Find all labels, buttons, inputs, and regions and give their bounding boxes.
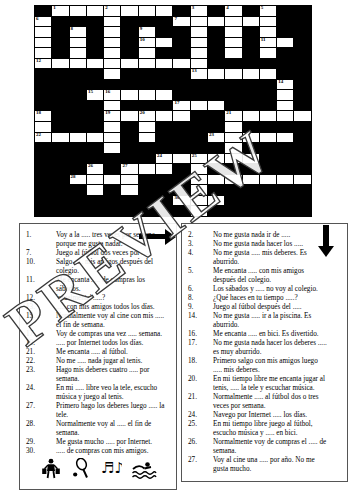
- white-cell[interactable]: [191, 17, 207, 27]
- clue-number-label: 22: [36, 132, 41, 138]
- white-cell[interactable]: [139, 133, 155, 143]
- white-cell[interactable]: [173, 111, 189, 121]
- clue-gap: [201, 249, 213, 267]
- black-cell: [52, 101, 68, 111]
- black-cell: [225, 164, 241, 174]
- clue-item-text: ¿Qué haces en tu tiempo .....?: [213, 294, 343, 303]
- black-cell: [87, 27, 103, 37]
- clue-gap: [39, 231, 56, 249]
- black-cell: [35, 69, 51, 79]
- clue-item: 14.No me gusta ..... ir a la piscina. Es…: [188, 312, 343, 330]
- clue-item-text: 'usualmente' .....?: [56, 294, 172, 303]
- black-cell: [260, 143, 276, 153]
- black-cell: [87, 196, 103, 206]
- white-cell[interactable]: [104, 133, 120, 143]
- black-cell: [139, 17, 155, 27]
- black-cell: [191, 143, 207, 153]
- white-cell[interactable]: 6: [35, 17, 51, 27]
- white-cell[interactable]: [121, 6, 137, 16]
- white-cell[interactable]: 17: [173, 101, 189, 111]
- black-cell: [260, 59, 276, 69]
- black-cell: [35, 164, 51, 174]
- white-cell[interactable]: [35, 38, 51, 48]
- music-glyphs: ♬♪: [101, 459, 122, 477]
- white-cell[interactable]: 25: [191, 154, 207, 164]
- clue-item-text: Navego por Internet ..... los días.: [213, 411, 343, 420]
- clue-item-number: 24.: [188, 411, 201, 420]
- white-cell[interactable]: [225, 69, 241, 79]
- white-cell[interactable]: [139, 122, 155, 132]
- clue-gap: [39, 249, 56, 258]
- white-cell[interactable]: [104, 143, 120, 153]
- black-cell: [70, 196, 86, 206]
- white-cell[interactable]: [104, 59, 120, 69]
- black-cell: [294, 17, 310, 27]
- white-cell[interactable]: [173, 154, 189, 164]
- black-cell: [173, 206, 189, 216]
- white-cell[interactable]: [52, 133, 68, 143]
- white-cell[interactable]: [260, 27, 276, 37]
- white-cell[interactable]: [156, 90, 172, 100]
- white-cell[interactable]: 9: [139, 27, 155, 37]
- black-cell: [35, 143, 51, 153]
- clue-item-number: 19.: [26, 339, 39, 348]
- clue-gap: [39, 312, 56, 330]
- white-cell[interactable]: [139, 164, 155, 174]
- clue-item: 20.En mi tiempo libre me encanta jugar a…: [188, 375, 343, 393]
- clue-gap: [201, 456, 213, 474]
- clue-gap: [201, 411, 213, 420]
- white-cell[interactable]: [294, 111, 310, 121]
- white-cell[interactable]: [260, 175, 276, 185]
- white-cell[interactable]: 8: [70, 27, 86, 37]
- white-cell[interactable]: [139, 90, 155, 100]
- white-cell[interactable]: [35, 122, 51, 132]
- black-cell: [208, 164, 224, 174]
- clue-item-number: 25.: [188, 420, 201, 438]
- white-cell[interactable]: [121, 111, 137, 121]
- white-cell[interactable]: [156, 6, 172, 16]
- clue-item-number: 3.: [188, 240, 201, 249]
- black-cell: [87, 122, 103, 132]
- white-cell[interactable]: [208, 196, 224, 206]
- white-cell[interactable]: [225, 38, 241, 48]
- clue-number-label: 20: [140, 110, 145, 116]
- clue-number-label: 3: [192, 5, 195, 11]
- clue-item: 8.¿Qué haces en tu tiempo .....?: [188, 294, 343, 303]
- clue-item-number: 27.: [26, 402, 39, 420]
- white-cell[interactable]: [191, 27, 207, 37]
- white-cell[interactable]: 11: [260, 38, 276, 48]
- white-cell[interactable]: [191, 38, 207, 48]
- black-cell: [104, 196, 120, 206]
- clue-item-number: 9.: [188, 303, 201, 312]
- clue-item: 29.Me gusta mucho ..... por Internet.: [26, 438, 172, 447]
- white-cell[interactable]: [104, 48, 120, 58]
- black-cell: [52, 90, 68, 100]
- white-cell[interactable]: [191, 101, 207, 111]
- clue-item-number: 4.: [188, 249, 201, 267]
- clue-item-number: 14.: [188, 312, 201, 330]
- black-cell: [70, 143, 86, 153]
- black-cell: [191, 111, 207, 121]
- black-cell: [70, 111, 86, 121]
- clue-gap: [39, 348, 56, 357]
- white-cell[interactable]: [277, 175, 293, 185]
- white-cell[interactable]: 3: [191, 6, 207, 16]
- white-cell[interactable]: [35, 27, 51, 37]
- black-cell: [243, 80, 259, 90]
- black-cell: [260, 164, 276, 174]
- white-cell[interactable]: [243, 175, 259, 185]
- white-cell[interactable]: [225, 122, 241, 132]
- black-cell: [173, 27, 189, 37]
- white-cell[interactable]: [208, 17, 224, 27]
- white-cell[interactable]: [87, 185, 103, 195]
- white-cell[interactable]: [225, 133, 241, 143]
- clue-number-label: 27: [122, 163, 127, 169]
- white-cell[interactable]: 20: [139, 111, 155, 121]
- white-cell[interactable]: [139, 59, 155, 69]
- black-cell: [121, 143, 137, 153]
- clue-number-label: 25: [192, 153, 197, 159]
- black-cell: [35, 185, 51, 195]
- black-cell: [191, 90, 207, 100]
- black-cell: [243, 185, 259, 195]
- black-cell: [173, 185, 189, 195]
- black-cell: [121, 206, 137, 216]
- white-cell[interactable]: [87, 59, 103, 69]
- black-cell: [121, 133, 137, 143]
- black-cell: [52, 154, 68, 164]
- black-cell: [225, 185, 241, 195]
- crossword-grid[interactable]: 1234567891011121314151617181920212223242…: [34, 5, 312, 217]
- white-cell[interactable]: [225, 143, 241, 153]
- white-cell[interactable]: 18: [35, 111, 51, 121]
- black-cell: [243, 143, 259, 153]
- white-cell[interactable]: [104, 17, 120, 27]
- white-cell[interactable]: 5: [260, 6, 276, 16]
- clue-item: 27.Voy al cine una ..... por año. No me …: [188, 456, 343, 474]
- white-cell[interactable]: [225, 17, 241, 27]
- black-cell: [260, 154, 276, 164]
- clue-item-number: 5.: [188, 267, 201, 285]
- black-cell: [173, 48, 189, 58]
- white-cell[interactable]: [104, 101, 120, 111]
- black-cell: [104, 185, 120, 195]
- down-clues-panel: 2.No me gusta nada ir de .....3.No me gu…: [181, 223, 348, 482]
- white-cell[interactable]: [156, 164, 172, 174]
- black-cell: [121, 38, 137, 48]
- clue-item-number: 21.: [188, 393, 201, 411]
- white-cell[interactable]: [243, 133, 259, 143]
- black-cell: [121, 48, 137, 58]
- black-cell: [260, 185, 276, 195]
- white-cell[interactable]: [277, 90, 293, 100]
- across-clues-panel: 1.Voy a la ..... tres veces por semana p…: [19, 223, 177, 490]
- white-cell[interactable]: [243, 17, 259, 27]
- white-cell[interactable]: 16: [104, 90, 120, 100]
- black-cell: [294, 185, 310, 195]
- black-cell: [277, 69, 293, 79]
- black-cell: [208, 143, 224, 153]
- black-cell: [173, 164, 189, 174]
- white-cell[interactable]: [104, 69, 120, 79]
- white-cell[interactable]: [121, 90, 137, 100]
- white-cell[interactable]: 1: [52, 6, 68, 16]
- white-cell[interactable]: 22: [35, 133, 51, 143]
- clue-item: 18.Primero salgo con mis amigos luego ..…: [188, 357, 343, 375]
- black-cell: [243, 38, 259, 48]
- white-cell[interactable]: 12: [35, 59, 51, 69]
- black-cell: [156, 69, 172, 79]
- white-cell[interactable]: [52, 59, 68, 69]
- clue-number-label: 18: [36, 110, 41, 116]
- white-cell[interactable]: [156, 111, 172, 121]
- clue-gap: [39, 294, 56, 303]
- clue-item: 22.No me ..... nada jugar al tenis.: [26, 357, 172, 366]
- clue-gap: [201, 267, 213, 285]
- clue-item: 15.Normalmente voy al cine con mis .....…: [26, 312, 172, 330]
- white-cell[interactable]: 2: [104, 6, 120, 16]
- clue-item-text: Me encanta ..... con mis amigos después …: [213, 267, 343, 285]
- clue-number-label: 9: [140, 26, 143, 32]
- clue-item-number: 24.: [26, 384, 39, 402]
- white-cell[interactable]: [260, 48, 276, 58]
- white-cell[interactable]: [191, 48, 207, 58]
- tennis-racket-icon: [71, 458, 91, 480]
- black-cell: [225, 101, 241, 111]
- clue-item-number: 1.: [26, 231, 39, 249]
- black-cell: [121, 17, 137, 27]
- black-cell: [52, 196, 68, 206]
- white-cell[interactable]: [121, 185, 137, 195]
- black-cell: [208, 6, 224, 16]
- black-cell: [52, 17, 68, 27]
- black-cell: [139, 80, 155, 90]
- clue-item: 28.Normalmente voy al ..... el fin de se…: [26, 420, 172, 438]
- clue-number-label: 15: [88, 89, 93, 95]
- white-cell[interactable]: 4: [225, 6, 241, 16]
- black-cell: [294, 48, 310, 58]
- white-cell[interactable]: 28: [70, 175, 86, 185]
- black-cell: [260, 206, 276, 216]
- white-cell[interactable]: 15: [87, 90, 103, 100]
- clue-item-number: 7.: [26, 249, 39, 258]
- black-cell: [156, 48, 172, 58]
- clue-item-number: 16.: [188, 330, 201, 339]
- black-cell: [70, 185, 86, 195]
- white-cell[interactable]: 30: [173, 196, 189, 206]
- clue-item-number: 6.: [188, 285, 201, 294]
- clue-number-label: 13: [192, 68, 197, 74]
- white-cell[interactable]: [139, 48, 155, 58]
- white-cell[interactable]: [191, 164, 207, 174]
- clue-item-text: Voy de compras una vez ..... semana.: [56, 330, 172, 339]
- black-cell: [70, 122, 86, 132]
- black-cell: [156, 206, 172, 216]
- white-cell[interactable]: [87, 175, 103, 185]
- clue-item-number: 15.: [26, 312, 39, 330]
- white-cell[interactable]: [121, 59, 137, 69]
- black-cell: [294, 27, 310, 37]
- black-cell: [260, 122, 276, 132]
- black-cell: [277, 17, 293, 27]
- white-cell[interactable]: [87, 133, 103, 143]
- black-cell: [294, 69, 310, 79]
- black-cell: [208, 27, 224, 37]
- clue-item-number: 12.: [26, 294, 39, 303]
- white-cell[interactable]: [225, 154, 241, 164]
- white-cell[interactable]: [121, 175, 137, 185]
- clue-gap: [201, 339, 213, 357]
- white-cell[interactable]: [277, 133, 293, 143]
- clue-item: 26.Normalmente voy de compras el ..... d…: [188, 438, 343, 456]
- black-cell: [156, 101, 172, 111]
- clue-item: 24.Navego por Internet ..... los días.: [188, 411, 343, 420]
- white-cell[interactable]: [70, 48, 86, 58]
- black-cell: [277, 196, 293, 206]
- white-cell[interactable]: [277, 38, 293, 48]
- clue-item: 21.Normalmente ..... al fútbol dos o tre…: [188, 393, 343, 411]
- black-cell: [121, 101, 137, 111]
- white-cell[interactable]: [208, 175, 224, 185]
- black-cell: [156, 175, 172, 185]
- white-cell[interactable]: [191, 206, 207, 216]
- clue-item-text: ..... por Internet todos los días.: [56, 339, 172, 348]
- black-cell: [294, 143, 310, 153]
- white-cell[interactable]: [294, 175, 310, 185]
- black-cell: [87, 111, 103, 121]
- black-cell: [87, 80, 103, 90]
- white-cell[interactable]: [243, 69, 259, 79]
- white-cell[interactable]: [173, 59, 189, 69]
- black-cell: [121, 196, 137, 206]
- black-cell: [294, 38, 310, 48]
- white-cell[interactable]: [260, 69, 276, 79]
- white-cell[interactable]: [260, 133, 276, 143]
- black-cell: [156, 133, 172, 143]
- black-cell: [208, 122, 224, 132]
- white-cell[interactable]: [208, 101, 224, 111]
- clue-item-text: En mi tiempo libre me encanta jugar al t…: [213, 375, 343, 393]
- white-cell[interactable]: [70, 133, 86, 143]
- black-cell: [139, 185, 155, 195]
- black-cell: [35, 175, 51, 185]
- white-cell[interactable]: [35, 48, 51, 58]
- clue-gap: [201, 231, 213, 240]
- clue-gap: [39, 258, 56, 276]
- black-cell: [87, 101, 103, 111]
- white-cell[interactable]: [191, 196, 207, 206]
- black-cell: [277, 154, 293, 164]
- white-cell[interactable]: 21: [225, 111, 241, 121]
- white-cell[interactable]: [191, 185, 207, 195]
- white-cell[interactable]: [104, 175, 120, 185]
- white-cell[interactable]: [139, 6, 155, 16]
- clue-number-label: 12: [36, 58, 41, 64]
- white-cell[interactable]: [156, 59, 172, 69]
- black-cell: [156, 196, 172, 206]
- clue-item-text: Me encanta ..... en bici. Es divertido.: [213, 330, 343, 339]
- black-cell: [156, 143, 172, 153]
- clue-item: 17.Voy de compras una vez ..... semana.: [26, 330, 172, 339]
- black-cell: [277, 122, 293, 132]
- clue-gap: [201, 330, 213, 339]
- black-cell: [191, 133, 207, 143]
- clue-item-number: 10.: [26, 258, 39, 276]
- white-cell[interactable]: [277, 101, 293, 111]
- white-cell[interactable]: [225, 27, 241, 37]
- white-cell[interactable]: [260, 17, 276, 27]
- black-cell: [121, 80, 137, 90]
- white-cell[interactable]: 14: [277, 80, 293, 90]
- black-cell: [173, 69, 189, 79]
- clue-item-text: Primero hago los deberes luego ..... la …: [56, 402, 172, 420]
- black-cell: [35, 154, 51, 164]
- white-cell[interactable]: [225, 48, 241, 58]
- white-cell[interactable]: 26: [87, 164, 103, 174]
- black-cell: [139, 175, 155, 185]
- white-cell[interactable]: [156, 38, 172, 48]
- white-cell[interactable]: [70, 6, 86, 16]
- clue-number-label: 16: [105, 89, 110, 95]
- black-cell: [87, 69, 103, 79]
- black-cell: [52, 122, 68, 132]
- white-cell[interactable]: [191, 59, 207, 69]
- clue-item-number: 26.: [188, 438, 201, 456]
- white-cell[interactable]: [70, 59, 86, 69]
- black-cell: [156, 80, 172, 90]
- white-cell[interactable]: [208, 154, 224, 164]
- white-cell[interactable]: [104, 38, 120, 48]
- black-cell: [52, 80, 68, 90]
- black-cell: [173, 6, 189, 16]
- white-cell[interactable]: [277, 111, 293, 121]
- black-cell: [156, 27, 172, 37]
- black-cell: [139, 101, 155, 111]
- black-cell: [139, 206, 155, 216]
- white-cell[interactable]: [87, 6, 103, 16]
- white-cell[interactable]: [243, 111, 259, 121]
- clue-item-number: 21.: [26, 348, 39, 357]
- white-cell[interactable]: [225, 175, 241, 185]
- white-cell[interactable]: 19: [104, 111, 120, 121]
- white-cell[interactable]: 13: [191, 69, 207, 79]
- white-cell[interactable]: 23: [208, 133, 224, 143]
- clue-item-number: 13.: [26, 303, 39, 312]
- white-cell[interactable]: [104, 122, 120, 132]
- white-cell[interactable]: [70, 38, 86, 48]
- white-cell[interactable]: 7: [173, 17, 189, 27]
- white-cell[interactable]: [208, 69, 224, 79]
- white-cell[interactable]: 10: [139, 38, 155, 48]
- black-cell: [243, 101, 259, 111]
- black-cell: [156, 185, 172, 195]
- clue-item: 5.Me encanta ..... con mis amigos despué…: [188, 267, 343, 285]
- black-cell: [104, 154, 120, 164]
- white-cell[interactable]: [104, 27, 120, 37]
- black-cell: [139, 196, 155, 206]
- white-cell[interactable]: [243, 154, 259, 164]
- black-cell: [243, 196, 259, 206]
- white-cell[interactable]: 29: [191, 175, 207, 185]
- white-cell[interactable]: 24: [156, 154, 172, 164]
- white-cell[interactable]: [260, 111, 276, 121]
- white-cell[interactable]: 27: [121, 164, 137, 174]
- clue-item-number: 30.: [26, 447, 39, 456]
- clue-gap: [39, 276, 56, 294]
